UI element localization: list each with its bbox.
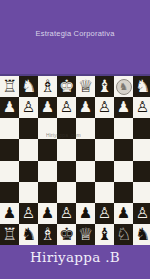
square: ♖	[0, 224, 19, 245]
black-knight: ♘	[116, 225, 131, 242]
square	[76, 182, 95, 203]
knight-emblem-stamp: ♞	[116, 79, 132, 95]
square	[95, 139, 114, 160]
black-bishop: ♗	[40, 225, 55, 242]
black-pawn: ♟	[41, 205, 54, 220]
knight-icon: ♞	[119, 82, 128, 92]
square	[19, 182, 38, 203]
square: ♟	[0, 203, 19, 224]
square: ♗	[38, 76, 57, 97]
black-king: ♚	[59, 225, 74, 242]
square	[0, 139, 19, 160]
square	[114, 161, 133, 182]
square: ♙	[133, 97, 150, 118]
square	[19, 161, 38, 182]
white-pawn: ♟	[41, 100, 54, 115]
square	[0, 182, 19, 203]
square	[38, 139, 57, 160]
author-name: Hiriyappa .B	[0, 249, 150, 265]
white-queen: ♕	[78, 78, 93, 95]
book-cover: Estrategia Corporativa ♖♞♗♚♕♝♞♞♟♙♟♙♟♙♟♙♟…	[0, 0, 150, 279]
square	[95, 118, 114, 139]
square	[38, 182, 57, 203]
square: ♕	[76, 224, 95, 245]
square	[114, 139, 133, 160]
white-pawn: ♙	[60, 100, 73, 115]
white-pawn: ♙	[136, 100, 149, 115]
square: ♟	[38, 97, 57, 118]
square: ♞	[133, 224, 150, 245]
square: ♙	[19, 97, 38, 118]
square: ♙	[57, 203, 76, 224]
square	[114, 182, 133, 203]
square: ♞	[133, 76, 150, 97]
black-knight: ♞	[21, 225, 36, 242]
square: ♟	[114, 203, 133, 224]
square: ♝	[95, 76, 114, 97]
watermark-text: Hiriyappa .com	[46, 132, 81, 138]
square: ♘	[114, 224, 133, 245]
square	[76, 139, 95, 160]
black-queen: ♕	[78, 225, 93, 242]
white-rook: ♖	[2, 78, 17, 95]
square: ♞	[19, 76, 38, 97]
square: ♞	[114, 76, 133, 97]
white-knight: ♞	[21, 78, 36, 95]
white-pawn: ♟	[79, 100, 92, 115]
black-pawn: ♟	[117, 205, 130, 220]
black-pawn: ♙	[22, 205, 35, 220]
square: ♕	[76, 76, 95, 97]
square: ♟	[0, 97, 19, 118]
square	[133, 118, 150, 139]
white-pawn: ♙	[22, 100, 35, 115]
black-pawn: ♙	[60, 205, 73, 220]
chess-board: ♖♞♗♚♕♝♞♞♟♙♟♙♟♙♟♙♟♙♟♙♟♙♟♙♖♞♗♚♕♝♘♞	[0, 76, 150, 245]
square	[57, 139, 76, 160]
square	[19, 118, 38, 139]
square	[133, 139, 150, 160]
square	[38, 161, 57, 182]
square	[133, 182, 150, 203]
square	[57, 161, 76, 182]
square: ♟	[76, 203, 95, 224]
square: ♖	[0, 76, 19, 97]
white-knight: ♞	[135, 78, 150, 95]
square	[19, 139, 38, 160]
square: ♟	[114, 97, 133, 118]
square: ♙	[133, 203, 150, 224]
square	[133, 161, 150, 182]
black-pawn: ♙	[98, 205, 111, 220]
white-pawn: ♟	[3, 100, 16, 115]
square	[95, 182, 114, 203]
square	[114, 118, 133, 139]
square	[95, 161, 114, 182]
white-pawn: ♟	[117, 100, 130, 115]
square: ♟	[38, 203, 57, 224]
square: ♝	[95, 224, 114, 245]
chess-board-frame: ♖♞♗♚♕♝♞♞♟♙♟♙♟♙♟♙♟♙♟♙♟♙♟♙♖♞♗♚♕♝♘♞	[0, 74, 150, 245]
black-bishop: ♝	[97, 225, 112, 242]
black-pawn: ♟	[79, 205, 92, 220]
square: ♞	[19, 224, 38, 245]
black-pawn: ♙	[136, 205, 149, 220]
black-rook: ♖	[2, 225, 17, 242]
white-bishop: ♗	[40, 78, 55, 95]
square: ♗	[38, 224, 57, 245]
black-pawn: ♟	[3, 205, 16, 220]
white-pawn: ♙	[98, 100, 111, 115]
square: ♙	[57, 97, 76, 118]
square	[76, 161, 95, 182]
square: ♟	[76, 97, 95, 118]
square: ♙	[19, 203, 38, 224]
square	[57, 182, 76, 203]
white-king: ♚	[59, 78, 74, 95]
square	[0, 118, 19, 139]
book-title: Estrategia Corporativa	[0, 29, 150, 38]
square: ♚	[57, 224, 76, 245]
square: ♙	[95, 97, 114, 118]
white-bishop: ♝	[97, 78, 112, 95]
square: ♚	[57, 76, 76, 97]
square	[0, 161, 19, 182]
black-knight: ♞	[135, 225, 150, 242]
square: ♙	[95, 203, 114, 224]
